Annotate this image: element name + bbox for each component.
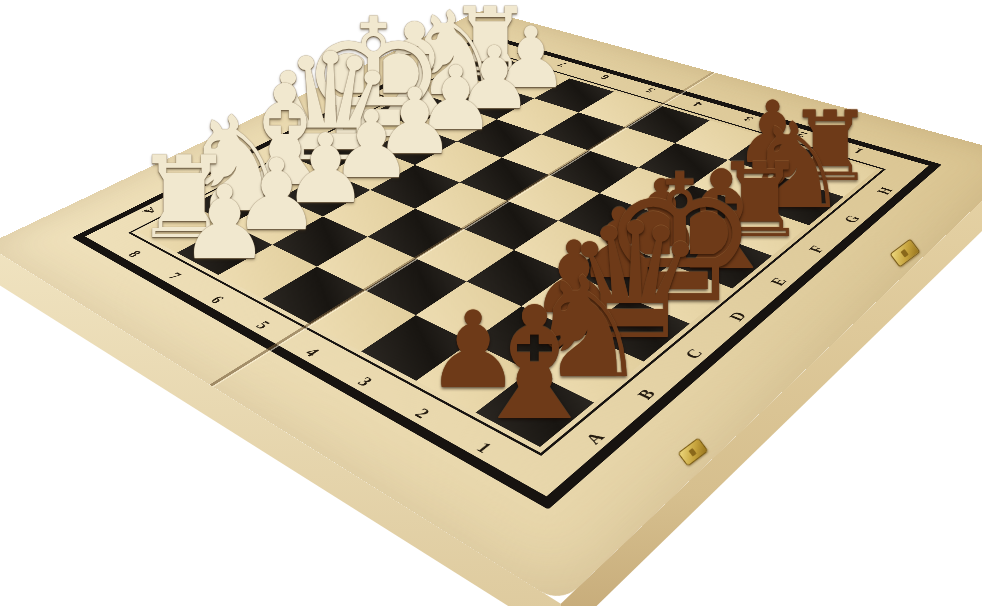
chess-set-photo: 1122334455667788AABBCCDDEEFFGGHH ♜♞♝♛♚♝♞… [0,0,982,606]
